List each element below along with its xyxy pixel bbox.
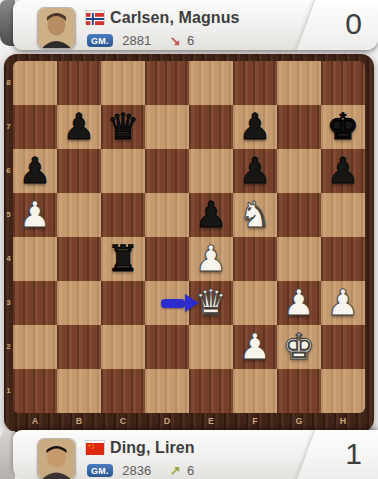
square-h4[interactable]	[321, 237, 365, 281]
square-b6[interactable]	[57, 149, 101, 193]
square-e7[interactable]	[189, 105, 233, 149]
square-b3[interactable]	[57, 281, 101, 325]
square-c2[interactable]	[101, 325, 145, 369]
square-g1[interactable]	[277, 369, 321, 413]
player-rating: 2881	[122, 33, 151, 48]
square-b1[interactable]	[57, 369, 101, 413]
rank-label-7: 7	[4, 105, 13, 149]
square-f1[interactable]	[233, 369, 277, 413]
square-a4[interactable]	[13, 237, 57, 281]
player-card-black: Carlsen, Magnus GM. 2881 ↘ 6 0	[13, 0, 378, 50]
piece-bq-c7[interactable]: ♛	[101, 105, 145, 149]
player-name: Ding, Liren	[110, 439, 195, 457]
rating-change: 6	[187, 463, 194, 478]
square-c1[interactable]	[101, 369, 145, 413]
rank-label-1: 1	[4, 369, 13, 413]
square-h8[interactable]	[321, 61, 365, 105]
square-g5[interactable]	[277, 193, 321, 237]
piece-bp-e5[interactable]: ♟	[189, 193, 233, 237]
square-e8[interactable]	[189, 61, 233, 105]
piece-bp-f6[interactable]: ♟	[233, 149, 277, 193]
square-e5[interactable]: ♟	[189, 193, 233, 237]
square-c3[interactable]	[101, 281, 145, 325]
square-c6[interactable]	[101, 149, 145, 193]
square-g6[interactable]	[277, 149, 321, 193]
square-g2[interactable]: ♚	[277, 325, 321, 369]
square-c8[interactable]	[101, 61, 145, 105]
square-d2[interactable]	[145, 325, 189, 369]
square-b4[interactable]	[57, 237, 101, 281]
rating-trend-down-icon: ↘	[170, 33, 181, 48]
title-badge: GM.	[87, 464, 113, 477]
player-name: Carlsen, Magnus	[110, 9, 240, 27]
player-details: GM. 2836 ↗ 6	[87, 461, 194, 477]
square-b5[interactable]	[57, 193, 101, 237]
square-f2[interactable]: ♟	[233, 325, 277, 369]
square-h7[interactable]: ♚	[321, 105, 365, 149]
player-avatar	[37, 7, 76, 49]
rating-trend-up-icon: ↗	[170, 463, 181, 478]
square-b7[interactable]: ♟	[57, 105, 101, 149]
square-h2[interactable]	[321, 325, 365, 369]
square-c4[interactable]: ♜	[101, 237, 145, 281]
square-e4[interactable]: ♟	[189, 237, 233, 281]
square-h5[interactable]	[321, 193, 365, 237]
square-e1[interactable]	[189, 369, 233, 413]
square-e2[interactable]	[189, 325, 233, 369]
match-score-black: 0	[345, 7, 362, 41]
square-c5[interactable]	[101, 193, 145, 237]
square-d6[interactable]	[145, 149, 189, 193]
piece-wk-g2[interactable]: ♚	[277, 325, 321, 369]
square-f4[interactable]	[233, 237, 277, 281]
piece-bp-h6[interactable]: ♟	[321, 149, 365, 193]
piece-br-c4[interactable]: ♜	[101, 237, 145, 281]
rating-change: 6	[187, 33, 194, 48]
rank-label-3: 3	[4, 281, 13, 325]
piece-wn-f5[interactable]: ♞	[233, 193, 277, 237]
square-f5[interactable]: ♞	[233, 193, 277, 237]
square-d7[interactable]	[145, 105, 189, 149]
board-squares: ♟♛♟♚♟♟♟♟♟♞♜♟♛♟♟♟♚	[13, 61, 365, 413]
rank-label-6: 6	[4, 149, 13, 193]
square-a2[interactable]	[13, 325, 57, 369]
square-d8[interactable]	[145, 61, 189, 105]
square-g8[interactable]	[277, 61, 321, 105]
square-d1[interactable]	[145, 369, 189, 413]
square-d3[interactable]	[145, 281, 189, 325]
rank-label-5: 5	[4, 193, 13, 237]
rank-label-4: 4	[4, 237, 13, 281]
square-h3[interactable]: ♟	[321, 281, 365, 325]
piece-bp-b7[interactable]: ♟	[57, 105, 101, 149]
square-a3[interactable]	[13, 281, 57, 325]
square-b2[interactable]	[57, 325, 101, 369]
player-avatar	[37, 438, 76, 479]
square-d4[interactable]	[145, 237, 189, 281]
match-score-white: 1	[345, 437, 362, 471]
square-d5[interactable]	[145, 193, 189, 237]
piece-wp-g3[interactable]: ♟	[277, 281, 321, 325]
player-rating: 2836	[122, 463, 151, 478]
rank-label-2: 2	[4, 325, 13, 369]
square-a6[interactable]: ♟	[13, 149, 57, 193]
chess-board: 87654321 ♟♛♟♚♟♟♟♟♟♞♜♟♛♟♟♟♚ ABCDEFGH	[4, 54, 374, 432]
square-a7[interactable]	[13, 105, 57, 149]
flag-norway-icon	[86, 11, 104, 23]
square-a1[interactable]	[13, 369, 57, 413]
score-panel	[295, 430, 378, 479]
square-b8[interactable]	[57, 61, 101, 105]
square-f7[interactable]: ♟	[233, 105, 277, 149]
player-details: GM. 2881 ↘ 6	[87, 31, 194, 47]
square-e3[interactable]: ♛	[189, 281, 233, 325]
square-f3[interactable]	[233, 281, 277, 325]
rank-label-8: 8	[4, 61, 13, 105]
piece-bp-a6[interactable]: ♟	[13, 149, 57, 193]
square-h6[interactable]: ♟	[321, 149, 365, 193]
piece-bk-h7[interactable]: ♚	[321, 105, 365, 149]
piece-wp-h3[interactable]: ♟	[321, 281, 365, 325]
piece-bp-f7[interactable]: ♟	[233, 105, 277, 149]
flag-china-icon	[86, 441, 104, 453]
piece-wp-f2[interactable]: ♟	[233, 325, 277, 369]
square-f6[interactable]: ♟	[233, 149, 277, 193]
player-card-white: Ding, Liren GM. 2836 ↗ 6 1	[13, 430, 378, 479]
piece-wp-a5[interactable]: ♟	[13, 193, 57, 237]
rank-labels: 87654321	[4, 61, 13, 413]
square-c7[interactable]: ♛	[101, 105, 145, 149]
square-g3[interactable]: ♟	[277, 281, 321, 325]
square-g4[interactable]	[277, 237, 321, 281]
piece-wq-e3[interactable]: ♛	[189, 281, 233, 325]
square-f8[interactable]	[233, 61, 277, 105]
square-e6[interactable]	[189, 149, 233, 193]
square-h1[interactable]	[321, 369, 365, 413]
square-a8[interactable]	[13, 61, 57, 105]
square-g7[interactable]	[277, 105, 321, 149]
square-a5[interactable]: ♟	[13, 193, 57, 237]
piece-wp-e4[interactable]: ♟	[189, 237, 233, 281]
score-panel	[295, 0, 378, 50]
title-badge: GM.	[87, 34, 113, 47]
